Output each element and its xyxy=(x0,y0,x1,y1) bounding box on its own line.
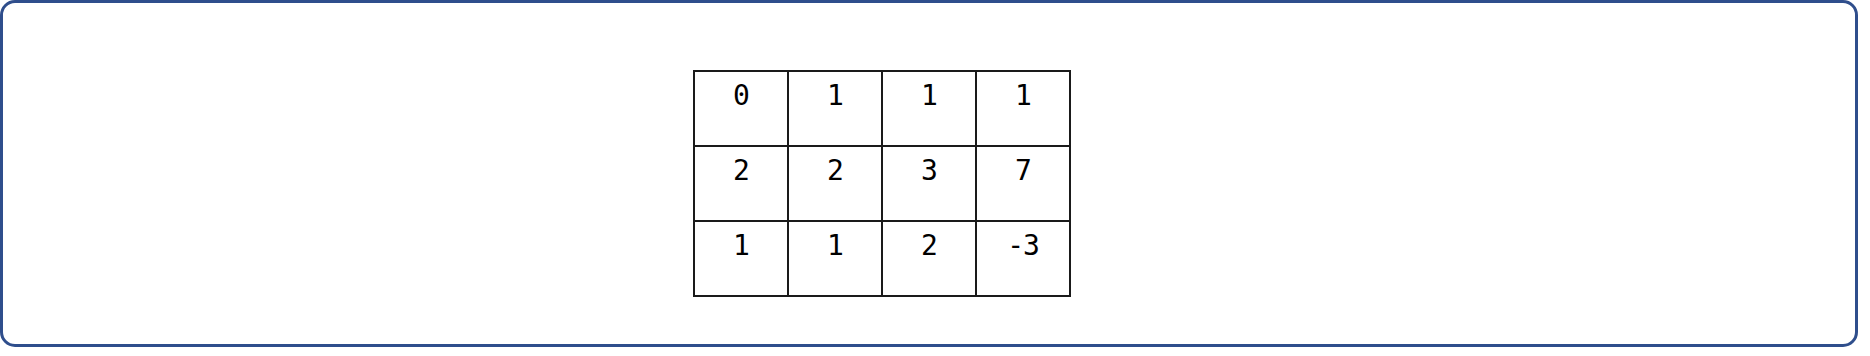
outer-card: 01112237112-3 xyxy=(0,0,1858,347)
grid-cell-r2c1: 1 xyxy=(789,222,881,295)
grid-cell-r1c0: 2 xyxy=(695,147,787,220)
grid-cell-r1c1: 2 xyxy=(789,147,881,220)
grid-cell-r2c3: -3 xyxy=(977,222,1069,295)
number-grid: 01112237112-3 xyxy=(693,70,1071,297)
grid-cell-r0c3: 1 xyxy=(977,72,1069,145)
grid-cell-r1c2: 3 xyxy=(883,147,975,220)
grid-cell-r1c3: 7 xyxy=(977,147,1069,220)
grid-cell-r2c0: 1 xyxy=(695,222,787,295)
grid-cell-r0c1: 1 xyxy=(789,72,881,145)
grid-cell-r2c2: 2 xyxy=(883,222,975,295)
grid-cell-r0c2: 1 xyxy=(883,72,975,145)
grid-cell-r0c0: 0 xyxy=(695,72,787,145)
